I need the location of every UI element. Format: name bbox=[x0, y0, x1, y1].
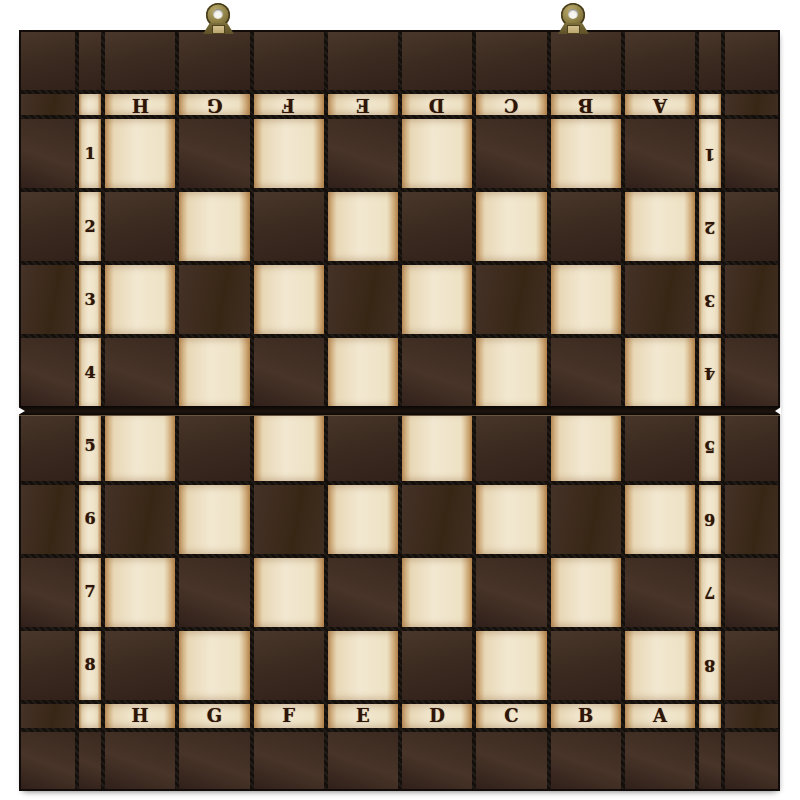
frame-cell bbox=[725, 732, 778, 789]
frame-cell bbox=[725, 412, 778, 481]
frame-cell bbox=[254, 32, 324, 90]
file-label-top-h: H bbox=[105, 94, 175, 115]
square-f4[interactable] bbox=[254, 338, 324, 407]
file-letter: B bbox=[578, 707, 593, 725]
hinge-left-icon bbox=[203, 3, 234, 34]
square-f7[interactable] bbox=[254, 558, 324, 627]
square-b3[interactable] bbox=[551, 265, 621, 334]
rank-label-right-7: 7 bbox=[699, 558, 721, 627]
square-d4[interactable] bbox=[402, 338, 472, 407]
file-label-top-e: E bbox=[328, 94, 398, 115]
frame-cell bbox=[625, 732, 695, 789]
rank-label-right-2: 2 bbox=[699, 192, 721, 261]
strip-corner-cell bbox=[79, 94, 101, 115]
frame-cell bbox=[402, 732, 472, 789]
frame-cell bbox=[21, 704, 75, 728]
square-d7[interactable] bbox=[402, 558, 472, 627]
frame-cell bbox=[179, 32, 249, 90]
rank-number: 2 bbox=[84, 219, 95, 235]
file-letter: G bbox=[207, 96, 222, 114]
rank-label-left-8: 8 bbox=[79, 631, 101, 700]
square-e5[interactable] bbox=[328, 412, 398, 481]
square-c7[interactable] bbox=[476, 558, 546, 627]
file-letter: G bbox=[207, 707, 222, 725]
frame-cell bbox=[21, 631, 75, 700]
square-f3[interactable] bbox=[254, 265, 324, 334]
square-d8[interactable] bbox=[402, 631, 472, 700]
frame-cell bbox=[725, 94, 778, 115]
square-f8[interactable] bbox=[254, 631, 324, 700]
file-label-top-d: D bbox=[402, 94, 472, 115]
rank-label-right-3: 3 bbox=[699, 265, 721, 334]
square-d1[interactable] bbox=[402, 119, 472, 188]
square-b6[interactable] bbox=[551, 485, 621, 554]
frame-cell bbox=[21, 412, 75, 481]
file-letter: E bbox=[356, 96, 370, 114]
frame-cell bbox=[79, 732, 101, 789]
square-a7[interactable] bbox=[625, 558, 695, 627]
square-g8[interactable] bbox=[179, 631, 249, 700]
square-e1[interactable] bbox=[328, 119, 398, 188]
square-c8[interactable] bbox=[476, 631, 546, 700]
square-e2[interactable] bbox=[328, 192, 398, 261]
frame-cell bbox=[699, 732, 721, 789]
square-f1[interactable] bbox=[254, 119, 324, 188]
frame-cell bbox=[476, 32, 546, 90]
square-g3[interactable] bbox=[179, 265, 249, 334]
square-f2[interactable] bbox=[254, 192, 324, 261]
file-letter: D bbox=[429, 707, 445, 725]
square-b1[interactable] bbox=[551, 119, 621, 188]
rank-number: 1 bbox=[704, 146, 715, 162]
square-a5[interactable] bbox=[625, 412, 695, 481]
rank-number: 3 bbox=[704, 292, 715, 308]
square-c1[interactable] bbox=[476, 119, 546, 188]
chess-board: HGFEDCBA1122334455667788HGFEDCBA bbox=[21, 32, 778, 789]
square-h7[interactable] bbox=[105, 558, 175, 627]
frame-cell bbox=[699, 32, 721, 90]
square-h8[interactable] bbox=[105, 631, 175, 700]
rank-number: 5 bbox=[704, 438, 715, 454]
square-g7[interactable] bbox=[179, 558, 249, 627]
frame-cell bbox=[551, 732, 621, 789]
frame-cell bbox=[725, 558, 778, 627]
frame-cell bbox=[21, 265, 75, 334]
file-letter: D bbox=[429, 96, 445, 114]
file-letter: F bbox=[282, 96, 295, 114]
strip-corner-cell bbox=[699, 704, 721, 728]
square-b7[interactable] bbox=[551, 558, 621, 627]
rank-label-right-6: 6 bbox=[699, 485, 721, 554]
square-a6[interactable] bbox=[625, 485, 695, 554]
square-h2[interactable] bbox=[105, 192, 175, 261]
frame-cell bbox=[725, 119, 778, 188]
frame-cell bbox=[725, 631, 778, 700]
frame-cell bbox=[725, 265, 778, 334]
file-label-top-b: B bbox=[551, 94, 621, 115]
frame-cell bbox=[105, 32, 175, 90]
frame-cell bbox=[254, 732, 324, 789]
rank-label-right-8: 8 bbox=[699, 631, 721, 700]
square-h6[interactable] bbox=[105, 485, 175, 554]
file-letter: E bbox=[356, 707, 370, 725]
frame-cell bbox=[21, 485, 75, 554]
file-label-bottom-d: D bbox=[402, 704, 472, 728]
rank-number: 8 bbox=[704, 657, 715, 673]
frame-cell bbox=[725, 485, 778, 554]
frame-cell bbox=[21, 32, 75, 90]
frame-cell bbox=[328, 732, 398, 789]
frame-cell bbox=[179, 732, 249, 789]
rank-label-left-2: 2 bbox=[79, 192, 101, 261]
strip-corner-cell bbox=[699, 94, 721, 115]
square-b2[interactable] bbox=[551, 192, 621, 261]
file-label-top-f: F bbox=[254, 94, 324, 115]
frame-cell bbox=[21, 558, 75, 627]
frame-cell bbox=[725, 704, 778, 728]
frame-cell bbox=[21, 192, 75, 261]
square-h1[interactable] bbox=[105, 119, 175, 188]
rank-label-left-5: 5 bbox=[79, 412, 101, 481]
square-e3[interactable] bbox=[328, 265, 398, 334]
fold-seam bbox=[19, 406, 780, 416]
file-label-top-g: G bbox=[179, 94, 249, 115]
square-d3[interactable] bbox=[402, 265, 472, 334]
frame-cell bbox=[725, 338, 778, 407]
square-c4[interactable] bbox=[476, 338, 546, 407]
frame-cell bbox=[625, 32, 695, 90]
rank-label-left-4: 4 bbox=[79, 338, 101, 407]
square-a4[interactable] bbox=[625, 338, 695, 407]
rank-label-right-4: 4 bbox=[699, 338, 721, 407]
file-label-top-a: A bbox=[625, 94, 695, 115]
rank-label-left-6: 6 bbox=[79, 485, 101, 554]
rank-label-left-7: 7 bbox=[79, 558, 101, 627]
rank-number: 3 bbox=[84, 292, 95, 308]
square-b4[interactable] bbox=[551, 338, 621, 407]
file-letter: C bbox=[504, 96, 518, 114]
square-d6[interactable] bbox=[402, 485, 472, 554]
rank-label-right-1: 1 bbox=[699, 119, 721, 188]
square-h5[interactable] bbox=[105, 412, 175, 481]
frame-cell bbox=[725, 32, 778, 90]
file-letter: C bbox=[504, 707, 518, 725]
square-h3[interactable] bbox=[105, 265, 175, 334]
file-label-bottom-b: B bbox=[551, 704, 621, 728]
frame-cell bbox=[21, 94, 75, 115]
square-a2[interactable] bbox=[625, 192, 695, 261]
file-label-bottom-c: C bbox=[476, 704, 546, 728]
frame-cell bbox=[328, 32, 398, 90]
file-label-bottom-f: F bbox=[254, 704, 324, 728]
file-label-bottom-e: E bbox=[328, 704, 398, 728]
file-letter: H bbox=[132, 707, 149, 725]
square-f6[interactable] bbox=[254, 485, 324, 554]
frame-cell bbox=[476, 732, 546, 789]
frame-cell bbox=[21, 119, 75, 188]
square-f5[interactable] bbox=[254, 412, 324, 481]
square-e8[interactable] bbox=[328, 631, 398, 700]
file-letter: H bbox=[132, 96, 149, 114]
square-b5[interactable] bbox=[551, 412, 621, 481]
square-c6[interactable] bbox=[476, 485, 546, 554]
rank-number: 5 bbox=[84, 438, 95, 454]
frame-cell bbox=[725, 192, 778, 261]
square-c3[interactable] bbox=[476, 265, 546, 334]
strip-corner-cell bbox=[79, 704, 101, 728]
rank-number: 4 bbox=[84, 365, 95, 381]
file-label-bottom-a: A bbox=[625, 704, 695, 728]
frame-cell bbox=[21, 338, 75, 407]
rank-number: 4 bbox=[704, 365, 715, 381]
hinge-base bbox=[558, 23, 589, 34]
square-h4[interactable] bbox=[105, 338, 175, 407]
square-a8[interactable] bbox=[625, 631, 695, 700]
frame-cell bbox=[79, 32, 101, 90]
square-g2[interactable] bbox=[179, 192, 249, 261]
file-label-bottom-h: H bbox=[105, 704, 175, 728]
file-letter: F bbox=[282, 707, 295, 725]
file-letter: B bbox=[578, 96, 593, 114]
square-e4[interactable] bbox=[328, 338, 398, 407]
rank-number: 6 bbox=[84, 511, 95, 527]
rank-number: 8 bbox=[84, 657, 95, 673]
rank-label-right-5: 5 bbox=[699, 412, 721, 481]
hinge-right-icon bbox=[558, 3, 589, 34]
square-b8[interactable] bbox=[551, 631, 621, 700]
square-g6[interactable] bbox=[179, 485, 249, 554]
square-d5[interactable] bbox=[402, 412, 472, 481]
square-g5[interactable] bbox=[179, 412, 249, 481]
square-a1[interactable] bbox=[625, 119, 695, 188]
file-label-top-c: C bbox=[476, 94, 546, 115]
file-letter: A bbox=[653, 96, 667, 114]
frame-cell bbox=[105, 732, 175, 789]
rank-label-left-3: 3 bbox=[79, 265, 101, 334]
frame-cell bbox=[402, 32, 472, 90]
square-g1[interactable] bbox=[179, 119, 249, 188]
hinge-base bbox=[203, 23, 234, 34]
frame-cell bbox=[551, 32, 621, 90]
rank-number: 1 bbox=[84, 146, 95, 162]
rank-number: 2 bbox=[704, 219, 715, 235]
square-e6[interactable] bbox=[328, 485, 398, 554]
rank-number: 6 bbox=[704, 511, 715, 527]
square-a3[interactable] bbox=[625, 265, 695, 334]
rank-number: 7 bbox=[704, 584, 715, 600]
photo-background: HGFEDCBA1122334455667788HGFEDCBA bbox=[0, 0, 800, 800]
file-label-bottom-g: G bbox=[179, 704, 249, 728]
rank-number: 7 bbox=[84, 584, 95, 600]
frame-cell bbox=[21, 732, 75, 789]
square-g4[interactable] bbox=[179, 338, 249, 407]
square-c5[interactable] bbox=[476, 412, 546, 481]
rank-label-left-1: 1 bbox=[79, 119, 101, 188]
square-e7[interactable] bbox=[328, 558, 398, 627]
file-letter: A bbox=[653, 707, 667, 725]
square-d2[interactable] bbox=[402, 192, 472, 261]
square-c2[interactable] bbox=[476, 192, 546, 261]
